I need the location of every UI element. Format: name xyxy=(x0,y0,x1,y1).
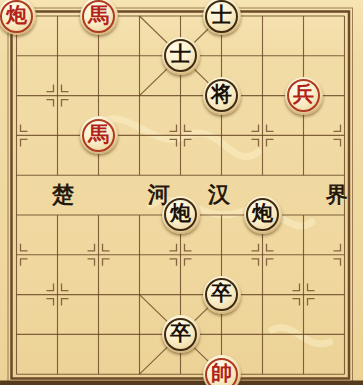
piece-glyph: 馬 xyxy=(88,124,109,145)
board-point: 士 xyxy=(160,36,201,76)
piece-red-horse[interactable]: 馬 xyxy=(80,0,118,35)
piece-glyph: 卒 xyxy=(170,323,191,344)
piece-red-cannon[interactable]: 炮 xyxy=(0,0,36,35)
piece-glyph: 炮 xyxy=(170,203,191,224)
piece-glyph: 士 xyxy=(170,44,191,65)
piece-glyph: 士 xyxy=(211,5,232,26)
piece-black-soldier[interactable]: 卒 xyxy=(162,315,200,353)
piece-red-general[interactable]: 帥 xyxy=(203,355,241,385)
board-point: 炮 xyxy=(0,0,37,36)
board-point: 馬 xyxy=(78,116,119,156)
board-point: 炮 xyxy=(242,195,283,235)
piece-glyph: 馬 xyxy=(88,5,109,26)
board-point: 馬 xyxy=(78,0,119,36)
piece-glyph: 炮 xyxy=(6,5,27,26)
board-point: 兵 xyxy=(283,76,324,116)
piece-glyph: 炮 xyxy=(252,203,273,224)
piece-black-soldier[interactable]: 卒 xyxy=(203,276,241,314)
board-point: 炮 xyxy=(160,195,201,235)
xiangqi-board: 楚 河 汉 界 炮馬士士将兵馬炮炮卒卒帥 xyxy=(0,0,363,385)
board-point: 将 xyxy=(201,76,242,116)
piece-black-cannon[interactable]: 炮 xyxy=(162,196,200,234)
pieces-grid: 炮馬士士将兵馬炮炮卒卒帥 xyxy=(0,0,363,385)
piece-glyph: 帥 xyxy=(211,363,232,384)
board-point: 卒 xyxy=(201,275,242,315)
board-point: 卒 xyxy=(160,314,201,354)
piece-black-cannon[interactable]: 炮 xyxy=(244,196,282,234)
piece-glyph: 兵 xyxy=(293,84,314,105)
piece-black-advisor[interactable]: 士 xyxy=(203,0,241,35)
board-point: 帥 xyxy=(201,354,242,385)
piece-black-advisor[interactable]: 士 xyxy=(162,37,200,75)
piece-red-soldier[interactable]: 兵 xyxy=(285,77,323,115)
piece-red-horse[interactable]: 馬 xyxy=(80,116,118,154)
piece-black-general[interactable]: 将 xyxy=(203,77,241,115)
board-point: 士 xyxy=(201,0,242,36)
piece-glyph: 将 xyxy=(211,84,232,105)
piece-glyph: 卒 xyxy=(211,283,232,304)
